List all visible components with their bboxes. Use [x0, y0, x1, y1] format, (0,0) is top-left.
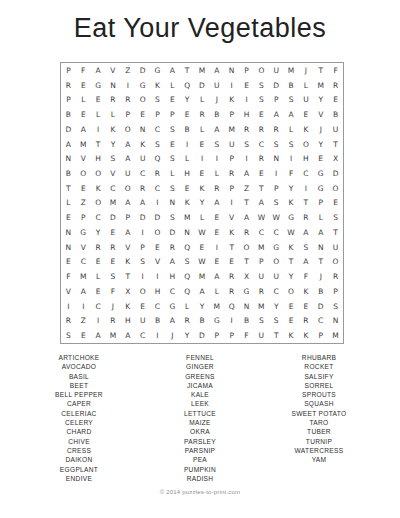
grid-cell: R — [106, 314, 121, 329]
grid-cell: J — [313, 122, 328, 137]
grid-cell: X — [328, 151, 343, 166]
grid-cell: D — [135, 210, 150, 225]
grid-cell: E — [239, 78, 254, 93]
grid-cell: R — [106, 92, 121, 107]
word-list-item: TUBER — [254, 427, 384, 436]
grid-cell: D — [61, 122, 76, 137]
word-list-item: SORREL — [254, 381, 384, 390]
grid-cell: A — [209, 122, 224, 137]
grid-cell: K — [224, 225, 239, 240]
grid-cell: S — [61, 328, 76, 343]
grid-cell: P — [209, 328, 224, 343]
word-list-item: BELL PEPPER — [14, 390, 144, 399]
grid-cell: T — [328, 137, 343, 152]
grid-cell: Q — [180, 269, 195, 284]
grid-cell: W — [269, 210, 284, 225]
word-list-item: LEEK — [135, 399, 265, 408]
grid-cell: T — [254, 181, 269, 196]
puzzle-page: Eat Your Vegetables PFAVZDGATMANPOUMJTFR… — [0, 0, 400, 518]
grid-cell: C — [254, 137, 269, 152]
grid-cell: M — [106, 196, 121, 211]
grid-cell: R — [239, 225, 254, 240]
grid-cell: D — [269, 78, 284, 93]
word-list-item: FENNEL — [135, 353, 265, 362]
grid-cell: K — [106, 122, 121, 137]
grid-cell: P — [120, 107, 135, 122]
grid-cell: Q — [150, 151, 165, 166]
grid-cell: R — [209, 181, 224, 196]
grid-cell: E — [76, 78, 91, 93]
grid-cell: R — [298, 210, 313, 225]
grid-cell: S — [254, 314, 269, 329]
grid-cell: T — [61, 181, 76, 196]
grid-cell: E — [313, 151, 328, 166]
grid-cell: A — [195, 284, 210, 299]
grid-cell: Y — [180, 92, 195, 107]
grid-cell: G — [76, 225, 91, 240]
grid-cell: P — [313, 196, 328, 211]
grid-cell: A — [165, 255, 180, 270]
grid-cell: E — [284, 299, 299, 314]
grid-cell: O — [120, 181, 135, 196]
grid-cell: A — [165, 63, 180, 78]
grid-cell: M — [76, 137, 91, 152]
grid-cell: T — [298, 196, 313, 211]
word-search-grid: PFAVZDGATMANPOUMJTFREGNIGKLQDUIESDBLMRPL… — [60, 62, 344, 344]
grid-cell: J — [298, 63, 313, 78]
word-list-item: SQUASH — [254, 399, 384, 408]
grid-cell: U — [328, 240, 343, 255]
grid-cell: M — [195, 63, 210, 78]
grid-cell: Y — [284, 269, 299, 284]
grid-cell: A — [254, 196, 269, 211]
grid-cell: F — [298, 269, 313, 284]
grid-cell: N — [61, 225, 76, 240]
grid-cell: M — [209, 299, 224, 314]
grid-cell: Q — [180, 78, 195, 93]
grid-cell: E — [209, 255, 224, 270]
grid-cell: K — [298, 122, 313, 137]
grid-cell: I — [61, 299, 76, 314]
grid-cell: U — [298, 92, 313, 107]
grid-cell: P — [61, 63, 76, 78]
grid-cell: R — [135, 181, 150, 196]
grid-cell: S — [165, 210, 180, 225]
grid-cell: S — [284, 92, 299, 107]
grid-cell: C — [298, 166, 313, 181]
grid-cell: A — [91, 63, 106, 78]
grid-cell: R — [224, 269, 239, 284]
grid-cell: D — [150, 210, 165, 225]
grid-cell: A — [76, 122, 91, 137]
grid-cell: N — [165, 196, 180, 211]
word-list-item: OKRA — [135, 427, 265, 436]
grid-cell: P — [328, 284, 343, 299]
grid-cell: Y — [313, 92, 328, 107]
grid-cell: J — [106, 299, 121, 314]
grid-cell: T — [180, 63, 195, 78]
grid-cell: P — [76, 210, 91, 225]
grid-cell: B — [195, 314, 210, 329]
grid-cell: K — [284, 328, 299, 343]
grid-cell: A — [61, 137, 76, 152]
grid-cell: H — [150, 284, 165, 299]
grid-cell: E — [61, 255, 76, 270]
grid-cell: A — [120, 137, 135, 152]
grid-cell: C — [269, 284, 284, 299]
grid-cell: G — [209, 314, 224, 329]
grid-cell: E — [298, 299, 313, 314]
grid-cell: S — [135, 255, 150, 270]
grid-cell: T — [239, 255, 254, 270]
grid-cell: H — [165, 269, 180, 284]
grid-cell: D — [195, 78, 210, 93]
word-list-item: ROCKET — [254, 362, 384, 371]
word-list-item: WATERCRESS — [254, 446, 384, 455]
grid-cell: C — [135, 328, 150, 343]
grid-cell: P — [135, 240, 150, 255]
grid-cell: E — [165, 137, 180, 152]
grid-cell: I — [209, 151, 224, 166]
grid-cell: T — [284, 255, 299, 270]
grid-cell: P — [269, 92, 284, 107]
grid-cell: C — [150, 122, 165, 137]
grid-cell: E — [76, 107, 91, 122]
grid-cell: S — [239, 137, 254, 152]
grid-cell: B — [313, 284, 328, 299]
grid-cell: P — [224, 107, 239, 122]
grid-cell: N — [269, 151, 284, 166]
grid-cell: S — [328, 210, 343, 225]
grid-cell: Y — [106, 137, 121, 152]
grid-cell: S — [209, 137, 224, 152]
grid-cell: K — [135, 137, 150, 152]
word-list-item: LETTUCE — [135, 409, 265, 418]
grid-cell: S — [150, 137, 165, 152]
grid-cell: H — [180, 166, 195, 181]
grid-cell: Y — [195, 299, 210, 314]
grid-cell: H — [91, 151, 106, 166]
word-list-item: CELERIAC — [14, 409, 144, 418]
grid-cell: A — [209, 269, 224, 284]
grid-cell: I — [239, 151, 254, 166]
grid-cell: L — [91, 269, 106, 284]
word-list-column-3: RHUBARBROCKETSALSIFYSORRELSPROUTSSQUASHS… — [254, 353, 384, 465]
grid-cell: I — [135, 225, 150, 240]
grid-cell: E — [328, 92, 343, 107]
grid-cell: E — [61, 210, 76, 225]
grid-cell: O — [76, 166, 91, 181]
grid-cell: N — [224, 63, 239, 78]
grid-cell: W — [195, 225, 210, 240]
grid-cell: V — [313, 107, 328, 122]
grid-cell: D — [165, 225, 180, 240]
grid-cell: V — [150, 255, 165, 270]
word-list-item: JICAMA — [135, 381, 265, 390]
grid-cell: L — [61, 196, 76, 211]
grid-cell: P — [313, 328, 328, 343]
grid-cell: I — [135, 269, 150, 284]
grid-cell: D — [195, 328, 210, 343]
grid-cell: I — [284, 151, 299, 166]
grid-cell: R — [328, 269, 343, 284]
grid-cell: A — [120, 328, 135, 343]
grid-cell: O — [269, 255, 284, 270]
grid-cell: U — [254, 269, 269, 284]
grid-cell: M — [313, 78, 328, 93]
grid-cell: I — [150, 328, 165, 343]
word-list-item: CRESS — [14, 446, 144, 455]
grid-cell: V — [61, 284, 76, 299]
grid-cell: S — [150, 92, 165, 107]
grid-cell: Y — [313, 137, 328, 152]
grid-cell: G — [313, 166, 328, 181]
grid-cell: E — [195, 240, 210, 255]
grid-cell: L — [180, 299, 195, 314]
grid-cell: I — [298, 181, 313, 196]
grid-cell: K — [180, 196, 195, 211]
grid-cell: R — [91, 240, 106, 255]
grid-cell: E — [224, 255, 239, 270]
word-list-item: TARO — [254, 418, 384, 427]
word-list-item: ENDIVE — [14, 474, 144, 483]
grid-cell: N — [61, 151, 76, 166]
grid-cell: E — [195, 137, 210, 152]
grid-cell: O — [328, 255, 343, 270]
grid-cell: M — [284, 63, 299, 78]
word-list-item: RHUBARB — [254, 353, 384, 362]
grid-cell: T — [313, 255, 328, 270]
grid-cell: I — [91, 122, 106, 137]
word-list-item: YAM — [254, 455, 384, 464]
word-list-column-1: ARTICHOKEAVOCADOBASILBEETBELL PEPPERCAPE… — [14, 353, 144, 483]
grid-cell: I — [76, 299, 91, 314]
word-list-item: CHARD — [14, 427, 144, 436]
grid-cell: M — [106, 328, 121, 343]
grid-cell: V — [106, 63, 121, 78]
grid-cell: E — [150, 240, 165, 255]
grid-cell: E — [91, 92, 106, 107]
grid-cell: P — [150, 107, 165, 122]
grid-cell: R — [120, 92, 135, 107]
grid-cell: P — [224, 328, 239, 343]
grid-cell: W — [284, 225, 299, 240]
grid-cell: E — [195, 166, 210, 181]
grid-cell: D — [313, 299, 328, 314]
grid-cell: R — [106, 240, 121, 255]
grid-cell: P — [239, 63, 254, 78]
grid-cell: I — [224, 78, 239, 93]
grid-cell: A — [239, 210, 254, 225]
grid-cell: A — [313, 225, 328, 240]
grid-cell: L — [91, 107, 106, 122]
grid-cell: I — [150, 269, 165, 284]
grid-cell: U — [209, 78, 224, 93]
grid-cell: U — [120, 166, 135, 181]
grid-cell: E — [91, 255, 106, 270]
grid-cell: J — [209, 92, 224, 107]
grid-cell: B — [61, 107, 76, 122]
grid-cell: M — [328, 328, 343, 343]
grid-cell: B — [150, 314, 165, 329]
grid-cell: N — [313, 240, 328, 255]
word-list-item: EGGPLANT — [14, 465, 144, 474]
grid-cell: U — [224, 137, 239, 152]
grid-cell: E — [209, 210, 224, 225]
grid-cell: U — [269, 269, 284, 284]
grid-cell: K — [150, 78, 165, 93]
word-list-item: PARSLEY — [135, 437, 265, 446]
grid-cell: U — [135, 314, 150, 329]
grid-cell: E — [180, 107, 195, 122]
grid-cell: O — [150, 225, 165, 240]
grid-cell: A — [209, 63, 224, 78]
grid-cell: C — [91, 299, 106, 314]
grid-cell: R — [224, 284, 239, 299]
grid-cell: L — [195, 122, 210, 137]
grid-cell: Y — [180, 328, 195, 343]
grid-cell: M — [76, 269, 91, 284]
grid-cell: R — [180, 314, 195, 329]
grid-cell: P — [165, 107, 180, 122]
grid-cell: V — [224, 210, 239, 225]
grid-cell: N — [106, 78, 121, 93]
grid-cell: K — [284, 196, 299, 211]
grid-cell: I — [269, 166, 284, 181]
grid-cell: S — [254, 92, 269, 107]
grid-cell: M — [195, 269, 210, 284]
grid-cell: F — [284, 166, 299, 181]
grid-cell: G — [313, 181, 328, 196]
grid-cell: E — [135, 299, 150, 314]
grid-cell: K — [298, 284, 313, 299]
word-list-item: SALSIFY — [254, 372, 384, 381]
word-list-item: SPROUTS — [254, 390, 384, 399]
grid-cell: M — [254, 299, 269, 314]
grid-cell: Y — [195, 196, 210, 211]
grid-cell: E — [91, 284, 106, 299]
grid-cell: K — [298, 328, 313, 343]
grid-cell: L — [209, 284, 224, 299]
grid-cell: T — [224, 240, 239, 255]
grid-cell: C — [254, 225, 269, 240]
word-list-item: CELERY — [14, 418, 144, 427]
grid-cell: O — [254, 63, 269, 78]
grid-cell: N — [180, 225, 195, 240]
grid-cell: R — [195, 107, 210, 122]
grid-cell: H — [239, 107, 254, 122]
grid-cell: Z — [239, 181, 254, 196]
grid-cell: Y — [91, 225, 106, 240]
grid-cell: L — [180, 151, 195, 166]
grid-cell: M — [180, 210, 195, 225]
grid-cell: U — [328, 122, 343, 137]
grid-cell: O — [328, 181, 343, 196]
grid-cell: E — [76, 328, 91, 343]
grid-cell: Q — [180, 240, 195, 255]
grid-cell: U — [135, 151, 150, 166]
grid-cell: B — [284, 78, 299, 93]
grid-cell: E — [254, 107, 269, 122]
grid-cell: A — [209, 196, 224, 211]
grid-cell: R — [254, 151, 269, 166]
page-title: Eat Your Vegetables — [0, 13, 400, 44]
grid-cell: Y — [269, 299, 284, 314]
grid-cell: J — [313, 269, 328, 284]
word-list-item: RADISH — [135, 474, 265, 483]
word-list-item: ARTICHOKE — [14, 353, 144, 362]
grid-cell: E — [180, 181, 195, 196]
grid-cell: V — [106, 166, 121, 181]
grid-cell: F — [76, 63, 91, 78]
grid-cell: A — [120, 151, 135, 166]
grid-cell: A — [135, 196, 150, 211]
grid-cell: K — [195, 181, 210, 196]
grid-cell: O — [120, 122, 135, 137]
grid-cell: A — [120, 196, 135, 211]
grid-cell: G — [165, 299, 180, 314]
grid-cell: I — [195, 151, 210, 166]
grid-cell: C — [135, 166, 150, 181]
grid-cell: U — [254, 328, 269, 343]
grid-cell: R — [254, 284, 269, 299]
grid-cell: H — [298, 151, 313, 166]
grid-cell: M — [254, 240, 269, 255]
grid-cell: E — [298, 107, 313, 122]
grid-cell: S — [298, 240, 313, 255]
grid-cell: R — [61, 314, 76, 329]
grid-cell: Y — [284, 181, 299, 196]
grid-cell: B — [180, 122, 195, 137]
grid-cell: I — [91, 314, 106, 329]
grid-cell: R — [298, 314, 313, 329]
grid-cell: I — [150, 196, 165, 211]
grid-cell: P — [269, 181, 284, 196]
grid-cell: O — [298, 137, 313, 152]
grid-cell: B — [61, 166, 76, 181]
word-list-item: KALE — [135, 390, 265, 399]
grid-cell: M — [224, 122, 239, 137]
grid-cell: R — [239, 122, 254, 137]
grid-cell: E — [106, 255, 121, 270]
grid-cell: I — [180, 137, 195, 152]
grid-cell: C — [91, 210, 106, 225]
word-list-item: AVOCADO — [14, 362, 144, 371]
grid-cell: S — [165, 151, 180, 166]
grid-cell: K — [120, 255, 135, 270]
grid-cell: T — [120, 269, 135, 284]
grid-cell: D — [106, 210, 121, 225]
grid-cell: F — [106, 284, 121, 299]
grid-cell: I — [209, 240, 224, 255]
word-list-item: PARSNIP — [135, 446, 265, 455]
grid-cell: A — [269, 107, 284, 122]
grid-cell: Z — [76, 196, 91, 211]
grid-cell: L — [313, 210, 328, 225]
grid-cell: L — [209, 166, 224, 181]
grid-cell: E — [76, 181, 91, 196]
grid-cell: P — [224, 181, 239, 196]
grid-cell: N — [239, 299, 254, 314]
grid-cell: D — [135, 63, 150, 78]
grid-cell: A — [298, 255, 313, 270]
grid-cell: S — [254, 78, 269, 93]
grid-cell: R — [269, 122, 284, 137]
grid-cell: C — [106, 181, 121, 196]
grid-cell: B — [209, 107, 224, 122]
grid-cell: S — [269, 314, 284, 329]
grid-cell: T — [328, 225, 343, 240]
